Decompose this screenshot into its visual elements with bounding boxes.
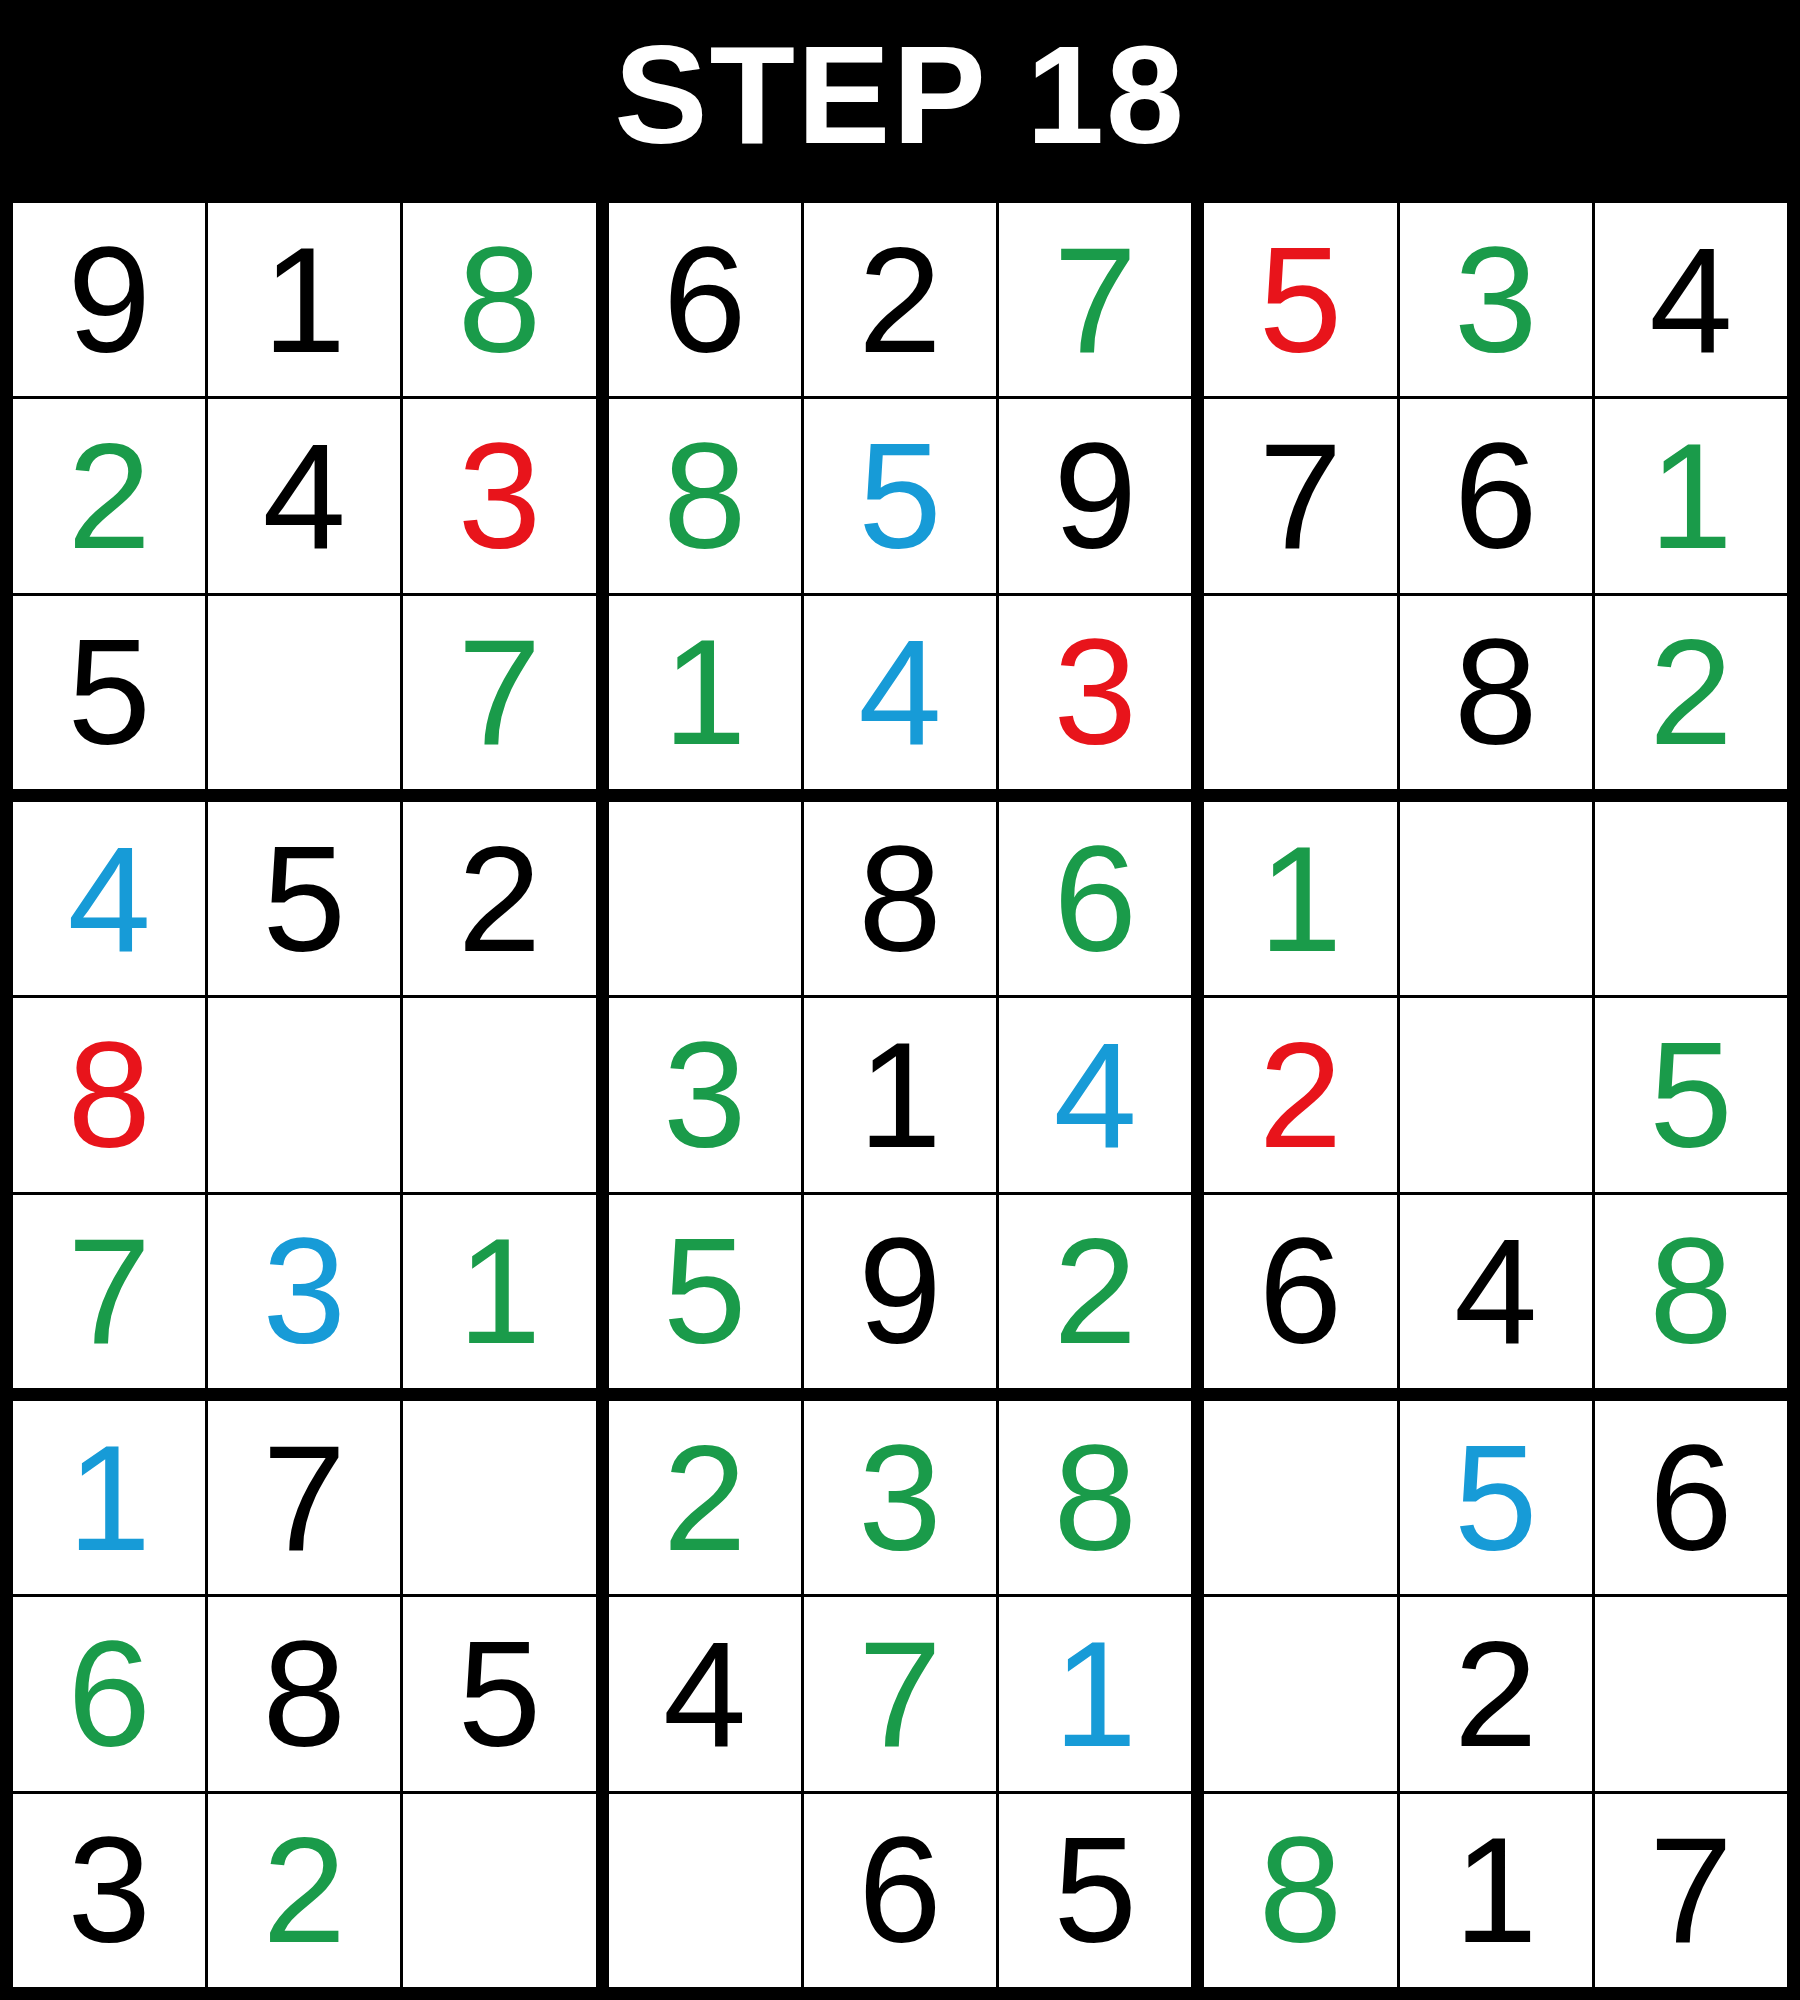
cell-r4c5[interactable]: 8	[804, 802, 996, 995]
cell-r1c4[interactable]: 6	[609, 203, 801, 396]
cell-r4c7[interactable]: 1	[1204, 802, 1396, 995]
cell-r1c3[interactable]: 8	[403, 203, 595, 396]
cell-r8c3[interactable]: 5	[403, 1597, 595, 1790]
sudoku-grid: 9182435762785914353476182452873186314592…	[0, 190, 1800, 2000]
cell-r3c9[interactable]: 2	[1595, 596, 1787, 789]
cell-r9c3[interactable]	[403, 1794, 595, 1987]
cell-r2c4[interactable]: 8	[609, 399, 801, 592]
cell-r7c2[interactable]: 7	[208, 1401, 400, 1594]
cell-r4c6[interactable]: 6	[999, 802, 1191, 995]
cell-r7c8[interactable]: 5	[1400, 1401, 1592, 1594]
cell-r8c9[interactable]	[1595, 1597, 1787, 1790]
box-1-1: 91824357	[13, 203, 596, 789]
box-3-3: 562817	[1204, 1401, 1787, 1987]
cell-r2c8[interactable]: 6	[1400, 399, 1592, 592]
cell-r6c1[interactable]: 7	[13, 1195, 205, 1388]
cell-r3c2[interactable]	[208, 596, 400, 789]
cell-r7c6[interactable]: 8	[999, 1401, 1191, 1594]
cell-r7c5[interactable]: 3	[804, 1401, 996, 1594]
cell-r6c6[interactable]: 2	[999, 1195, 1191, 1388]
cell-r7c4[interactable]: 2	[609, 1401, 801, 1594]
cell-r1c8[interactable]: 3	[1400, 203, 1592, 396]
cell-r2c2[interactable]: 4	[208, 399, 400, 592]
cell-r6c3[interactable]: 1	[403, 1195, 595, 1388]
cell-r7c3[interactable]	[403, 1401, 595, 1594]
box-1-3: 53476182	[1204, 203, 1787, 789]
cell-r3c3[interactable]: 7	[403, 596, 595, 789]
cell-r8c1[interactable]: 6	[13, 1597, 205, 1790]
cell-r2c6[interactable]: 9	[999, 399, 1191, 592]
cell-r9c5[interactable]: 6	[804, 1794, 996, 1987]
cell-r3c8[interactable]: 8	[1400, 596, 1592, 789]
cell-r8c2[interactable]: 8	[208, 1597, 400, 1790]
cell-r2c1[interactable]: 2	[13, 399, 205, 592]
cell-r4c8[interactable]	[1400, 802, 1592, 995]
box-2-1: 4528731	[13, 802, 596, 1388]
box-1-2: 627859143	[609, 203, 1192, 789]
cell-r3c1[interactable]: 5	[13, 596, 205, 789]
sudoku-page: STEP 18 91824357627859143534761824528731…	[0, 0, 1800, 2000]
cell-r5c1[interactable]: 8	[13, 998, 205, 1191]
box-2-2: 86314592	[609, 802, 1192, 1388]
cell-r5c8[interactable]	[1400, 998, 1592, 1191]
cell-r6c7[interactable]: 6	[1204, 1195, 1396, 1388]
cell-r3c7[interactable]	[1204, 596, 1396, 789]
box-3-2: 23847165	[609, 1401, 1192, 1987]
cell-r8c8[interactable]: 2	[1400, 1597, 1592, 1790]
cell-r9c4[interactable]	[609, 1794, 801, 1987]
step-title: STEP 18	[614, 25, 1186, 165]
cell-r1c7[interactable]: 5	[1204, 203, 1396, 396]
cell-r3c6[interactable]: 3	[999, 596, 1191, 789]
cell-r8c4[interactable]: 4	[609, 1597, 801, 1790]
cell-r6c9[interactable]: 8	[1595, 1195, 1787, 1388]
cell-r4c9[interactable]	[1595, 802, 1787, 995]
cell-r6c8[interactable]: 4	[1400, 1195, 1592, 1388]
cell-r2c5[interactable]: 5	[804, 399, 996, 592]
step-header: STEP 18	[0, 0, 1800, 190]
cell-r1c1[interactable]: 9	[13, 203, 205, 396]
cell-r5c3[interactable]	[403, 998, 595, 1191]
cell-r9c2[interactable]: 2	[208, 1794, 400, 1987]
cell-r3c4[interactable]: 1	[609, 596, 801, 789]
cell-r4c1[interactable]: 4	[13, 802, 205, 995]
box-3-1: 1768532	[13, 1401, 596, 1987]
cell-r6c2[interactable]: 3	[208, 1195, 400, 1388]
cell-r5c2[interactable]	[208, 998, 400, 1191]
cell-r4c3[interactable]: 2	[403, 802, 595, 995]
cell-r5c9[interactable]: 5	[1595, 998, 1787, 1191]
cell-r9c8[interactable]: 1	[1400, 1794, 1592, 1987]
box-2-3: 125648	[1204, 802, 1787, 1388]
cell-r2c9[interactable]: 1	[1595, 399, 1787, 592]
cell-r4c2[interactable]: 5	[208, 802, 400, 995]
cell-r5c6[interactable]: 4	[999, 998, 1191, 1191]
cell-r2c3[interactable]: 3	[403, 399, 595, 592]
cell-r2c7[interactable]: 7	[1204, 399, 1396, 592]
cell-r6c5[interactable]: 9	[804, 1195, 996, 1388]
cell-r1c9[interactable]: 4	[1595, 203, 1787, 396]
cell-r5c5[interactable]: 1	[804, 998, 996, 1191]
cell-r1c2[interactable]: 1	[208, 203, 400, 396]
cell-r8c6[interactable]: 1	[999, 1597, 1191, 1790]
cell-r9c9[interactable]: 7	[1595, 1794, 1787, 1987]
cell-r1c6[interactable]: 7	[999, 203, 1191, 396]
cell-r3c5[interactable]: 4	[804, 596, 996, 789]
cell-r9c6[interactable]: 5	[999, 1794, 1191, 1987]
cell-r1c5[interactable]: 2	[804, 203, 996, 396]
cell-r8c5[interactable]: 7	[804, 1597, 996, 1790]
cell-r5c4[interactable]: 3	[609, 998, 801, 1191]
cell-r7c7[interactable]	[1204, 1401, 1396, 1594]
cell-r8c7[interactable]	[1204, 1597, 1396, 1790]
cell-r4c4[interactable]	[609, 802, 801, 995]
cell-r9c1[interactable]: 3	[13, 1794, 205, 1987]
cell-r5c7[interactable]: 2	[1204, 998, 1396, 1191]
cell-r9c7[interactable]: 8	[1204, 1794, 1396, 1987]
cell-r6c4[interactable]: 5	[609, 1195, 801, 1388]
cell-r7c9[interactable]: 6	[1595, 1401, 1787, 1594]
cell-r7c1[interactable]: 1	[13, 1401, 205, 1594]
